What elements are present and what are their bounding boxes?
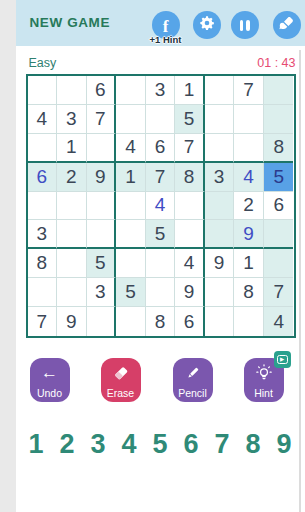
cell-r7c1[interactable]: 8: [28, 249, 58, 278]
cell-r2c3[interactable]: 7: [87, 105, 117, 134]
cell-r6c9[interactable]: [264, 220, 294, 249]
settings-button[interactable]: [193, 11, 221, 39]
eraser-icon: [101, 358, 141, 387]
cell-r5c2[interactable]: [57, 192, 87, 221]
cell-r4c8[interactable]: 4: [234, 163, 264, 192]
cell-r7c4[interactable]: [116, 249, 146, 278]
numpad-1[interactable]: 1: [29, 429, 44, 459]
cell-r4c3[interactable]: 9: [87, 163, 117, 192]
cell-r7c5[interactable]: [146, 249, 176, 278]
cell-r2c5[interactable]: [146, 105, 176, 134]
cell-r8c2[interactable]: [57, 278, 87, 307]
cell-r5c4[interactable]: [116, 192, 146, 221]
cell-r1c1[interactable]: [28, 76, 58, 105]
cell-r7c7[interactable]: 9: [205, 249, 235, 278]
numpad-8[interactable]: 8: [245, 429, 260, 459]
facebook-icon: f: [163, 18, 169, 35]
pencil-button[interactable]: Pencil: [173, 358, 213, 402]
cell-r2c2[interactable]: 3: [57, 105, 87, 134]
cell-r3c3[interactable]: [87, 134, 117, 163]
hint-video-badge[interactable]: ▶: [274, 351, 291, 368]
numpad-2[interactable]: 2: [59, 429, 74, 459]
header-bar: NEW GAME f +1 Hint: [16, 0, 305, 46]
cell-r3c7[interactable]: [205, 134, 235, 163]
cell-r5c3[interactable]: [87, 192, 117, 221]
cell-r3c5[interactable]: 6: [146, 134, 176, 163]
numpad-6[interactable]: 6: [183, 429, 198, 459]
cell-r3c9[interactable]: 8: [264, 134, 294, 163]
cell-r2c9[interactable]: [264, 105, 294, 134]
cell-r9c3[interactable]: [87, 307, 117, 336]
cell-r3c2[interactable]: 1: [57, 134, 87, 163]
cell-r3c1[interactable]: [28, 134, 58, 163]
cell-r1c5[interactable]: 3: [146, 76, 176, 105]
numpad: 123456789: [16, 429, 305, 459]
cell-r5c5[interactable]: 4: [146, 192, 176, 221]
cell-r2c7[interactable]: [205, 105, 235, 134]
paintbrush-theme-icon: [279, 16, 294, 35]
cell-r1c4[interactable]: [116, 76, 146, 105]
numpad-3[interactable]: 3: [90, 429, 105, 459]
cell-r1c9[interactable]: [264, 76, 294, 105]
cell-r5c6[interactable]: [175, 192, 205, 221]
cell-r9c8[interactable]: [234, 307, 264, 336]
cell-r6c1[interactable]: 3: [28, 220, 58, 249]
cell-r9c7[interactable]: [205, 307, 235, 336]
cell-r8c1[interactable]: [28, 278, 58, 307]
cell-r1c2[interactable]: [57, 76, 87, 105]
cell-r9c6[interactable]: 6: [175, 307, 205, 336]
cell-r2c6[interactable]: 5: [175, 105, 205, 134]
cell-r1c8[interactable]: 7: [234, 76, 264, 105]
cell-r3c6[interactable]: 7: [175, 134, 205, 163]
cell-r9c5[interactable]: 8: [146, 307, 176, 336]
erase-label: Erase: [107, 387, 134, 399]
pencil-label: Pencil: [178, 387, 207, 399]
hint-button[interactable]: Hint ▶: [244, 358, 284, 402]
cell-r1c6[interactable]: 1: [175, 76, 205, 105]
cell-r9c2[interactable]: 9: [57, 307, 87, 336]
cell-r4c9[interactable]: 5: [264, 163, 294, 192]
pause-icon: [240, 20, 250, 31]
cell-r8c9[interactable]: 7: [264, 278, 294, 307]
cell-r2c1[interactable]: 4: [28, 105, 58, 134]
undo-button[interactable]: ← Undo: [30, 358, 70, 402]
undo-arrow-icon: ←: [30, 358, 70, 387]
cell-r1c7[interactable]: [205, 76, 235, 105]
undo-label: Undo: [37, 387, 62, 399]
pencil-icon: [173, 358, 213, 387]
cell-r8c4[interactable]: 5: [116, 278, 146, 307]
cell-r1c3[interactable]: 6: [87, 76, 117, 105]
cell-r8c6[interactable]: 9: [175, 278, 205, 307]
toolbar: ← Undo Erase Pencil Hint ▶: [16, 358, 305, 402]
cell-r8c5[interactable]: [146, 278, 176, 307]
settings-gear-icon: [199, 15, 215, 35]
cell-r4c1[interactable]: 6: [28, 163, 58, 192]
cell-r6c7[interactable]: [205, 220, 235, 249]
hint-bonus-label: +1 Hint: [138, 34, 194, 45]
cell-r4c7[interactable]: 3: [205, 163, 235, 192]
cell-r7c8[interactable]: 1: [234, 249, 264, 278]
pause-button[interactable]: [231, 11, 259, 39]
cell-r9c1[interactable]: 7: [28, 307, 58, 336]
difficulty-label: Easy: [29, 56, 57, 70]
cell-r6c5[interactable]: 5: [146, 220, 176, 249]
cell-r5c7[interactable]: [205, 192, 235, 221]
cell-r9c4[interactable]: [116, 307, 146, 336]
cell-r5c8[interactable]: 2: [234, 192, 264, 221]
page-title: NEW GAME: [30, 15, 111, 30]
cell-r3c4[interactable]: 4: [116, 134, 146, 163]
cell-r3c8[interactable]: [234, 134, 264, 163]
hint-label: Hint: [254, 387, 273, 399]
cell-r6c2[interactable]: [57, 220, 87, 249]
cell-r7c6[interactable]: 4: [175, 249, 205, 278]
sudoku-app: NEW GAME f +1 Hint Easy 01 : 43 63174375…: [16, 0, 305, 512]
cell-r4c5[interactable]: 7: [146, 163, 176, 192]
cell-r5c1[interactable]: [28, 192, 58, 221]
cell-r8c7[interactable]: [205, 278, 235, 307]
erase-button[interactable]: Erase: [101, 358, 141, 402]
cell-r6c3[interactable]: [87, 220, 117, 249]
cell-r5c9[interactable]: 6: [264, 192, 294, 221]
numpad-4[interactable]: 4: [121, 429, 136, 459]
numpad-5[interactable]: 5: [152, 429, 167, 459]
cell-r6c6[interactable]: [175, 220, 205, 249]
cell-r2c4[interactable]: [116, 105, 146, 134]
cell-r6c8[interactable]: 9: [234, 220, 264, 249]
cell-r2c8[interactable]: [234, 105, 264, 134]
cell-r7c2[interactable]: [57, 249, 87, 278]
cell-r8c3[interactable]: 3: [87, 278, 117, 307]
cell-r7c3[interactable]: 5: [87, 249, 117, 278]
numpad-9[interactable]: 9: [276, 429, 291, 459]
cell-r6c4[interactable]: [116, 220, 146, 249]
cell-r8c8[interactable]: 8: [234, 278, 264, 307]
cell-r9c9[interactable]: 4: [264, 307, 294, 336]
theme-button[interactable]: [273, 11, 301, 39]
scroll-indicator: [299, 50, 301, 512]
sudoku-board: 6317437514678629178345426359854913598779…: [26, 74, 296, 338]
cell-r7c9[interactable]: [264, 249, 294, 278]
timer: 01 : 43: [257, 56, 295, 70]
cell-r4c2[interactable]: 2: [57, 163, 87, 192]
cell-r4c4[interactable]: 1: [116, 163, 146, 192]
numpad-7[interactable]: 7: [214, 429, 229, 459]
cell-r4c6[interactable]: 8: [175, 163, 205, 192]
video-play-icon: ▶: [277, 355, 288, 364]
